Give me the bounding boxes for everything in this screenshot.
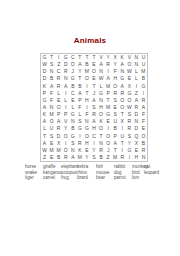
grid-cell: I	[62, 90, 69, 97]
grid-cell: T	[41, 132, 48, 139]
grid-cell: M	[105, 104, 112, 111]
grid-cell: T	[76, 75, 83, 82]
word-list-item: frog	[61, 175, 77, 181]
grid-cell: V	[126, 54, 133, 61]
grid-cell: L	[76, 111, 83, 118]
grid-cell: W	[41, 147, 48, 154]
grid-cell: S	[112, 97, 119, 104]
grid-cell: L	[133, 68, 140, 75]
grid-cell: L	[62, 97, 69, 104]
grid-cell: N	[69, 147, 76, 154]
grid-cell: P	[76, 97, 83, 104]
grid-cell: E	[90, 75, 97, 82]
grid-cell: A	[69, 154, 76, 161]
grid-cell: S	[126, 111, 133, 118]
grid-cell: T	[119, 140, 126, 147]
grid-cell: G	[69, 132, 76, 139]
grid-cell: O	[119, 104, 126, 111]
grid-cell: G	[126, 147, 133, 154]
grid-cell: A	[112, 140, 119, 147]
grid-cell: G	[98, 90, 105, 97]
grid-cell: O	[69, 61, 76, 68]
grid-cell: C	[55, 68, 62, 75]
grid-cell: A	[140, 104, 147, 111]
grid-cell: T	[119, 111, 126, 118]
grid-cell: S	[48, 132, 55, 139]
grid-cell: A	[119, 61, 126, 68]
grid-cell: R	[90, 111, 97, 118]
grid-cell: O	[48, 118, 55, 125]
grid-cell: I	[119, 125, 126, 132]
grid-cell: K	[98, 118, 105, 125]
grid-cell: N	[69, 118, 76, 125]
grid-cell: E	[133, 147, 140, 154]
grid-cell: C	[69, 90, 76, 97]
grid-cell: K	[41, 111, 48, 118]
grid-cell: E	[83, 147, 90, 154]
grid-cell: J	[105, 147, 112, 154]
grid-cell: R	[126, 125, 133, 132]
grid-cell: H	[83, 140, 90, 147]
grid-cell: R	[140, 97, 147, 104]
grid-cell: A	[90, 97, 97, 104]
grid-cell: C	[90, 132, 97, 139]
word-list-item: camel	[43, 175, 61, 181]
grid-cell: P	[112, 132, 119, 139]
grid-cell: Y	[83, 154, 90, 161]
grid-cell: K	[76, 147, 83, 154]
grid-cell: Z	[41, 154, 48, 161]
grid-cell: U	[48, 125, 55, 132]
grid-cell: O	[119, 97, 126, 104]
grid-cell: L	[133, 75, 140, 82]
grid-cell: S	[126, 132, 133, 139]
grid-cell: I	[55, 54, 62, 61]
grid-cell: O	[62, 132, 69, 139]
grid-cell: A	[41, 118, 48, 125]
grid-cell: R	[140, 147, 147, 154]
grid-cell: S	[112, 111, 119, 118]
grid-cell: N	[140, 154, 147, 161]
grid-cell: Z	[133, 90, 140, 97]
grid-cell: A	[55, 118, 62, 125]
grid-cell: E	[69, 97, 76, 104]
grid-cell: R	[55, 125, 62, 132]
grid-cell: C	[69, 54, 76, 61]
grid-cell: S	[76, 118, 83, 125]
grid-cell: X	[133, 140, 140, 147]
grid-cell: R	[126, 118, 133, 125]
grid-cell: I	[105, 68, 112, 75]
grid-cell: M	[48, 111, 55, 118]
grid-cell: A	[133, 97, 140, 104]
grid-cell: B	[69, 125, 76, 132]
grid-cell: M	[105, 83, 112, 90]
grid-cell: N	[133, 118, 140, 125]
grid-cell: O	[90, 68, 97, 75]
grid-cell: A	[62, 83, 69, 90]
grid-cell: I	[83, 104, 90, 111]
grid-cell: A	[41, 140, 48, 147]
grid-cell: R	[119, 154, 126, 161]
grid-cell: B	[69, 83, 76, 90]
grid-cell: B	[76, 83, 83, 90]
grid-cell: M	[48, 147, 55, 154]
grid-cell: R	[62, 68, 69, 75]
grid-cell: A	[90, 118, 97, 125]
grid-cell: S	[48, 61, 55, 68]
grid-cell: O	[98, 125, 105, 132]
grid-cell: W	[126, 104, 133, 111]
grid-cell: D	[62, 61, 69, 68]
grid-cell: H	[98, 104, 105, 111]
grid-cell: G	[62, 54, 69, 61]
grid-cell: Z	[55, 61, 62, 68]
grid-cell: P	[41, 90, 48, 97]
grid-cell: N	[98, 68, 105, 75]
word-list-item: lizard	[77, 175, 96, 181]
grid-cell: N	[133, 54, 140, 61]
grid-cell: P	[62, 111, 69, 118]
grid-cell: E	[90, 61, 97, 68]
grid-cell: Y	[76, 68, 83, 75]
grid-cell: N	[62, 75, 69, 82]
grid-cell: O	[62, 147, 69, 154]
grid-cell: Q	[133, 132, 140, 139]
grid-cell: W	[98, 75, 105, 82]
grid-cell: G	[41, 97, 48, 104]
grid-cell: R	[105, 61, 112, 68]
grid-cell: A	[76, 61, 83, 68]
grid-cell: G	[69, 75, 76, 82]
grid-cell: G	[69, 111, 76, 118]
grid-cell: I	[126, 154, 133, 161]
grid-cell: O	[140, 132, 147, 139]
grid-cell: R	[133, 104, 140, 111]
grid-cell: U	[140, 61, 147, 68]
grid-cell: B	[55, 154, 62, 161]
grid-cell: U	[140, 54, 147, 61]
grid-cell: M	[112, 154, 119, 161]
grid-cell: L	[69, 104, 76, 111]
grid-cell: R	[55, 83, 62, 90]
grid-cell: R	[119, 90, 126, 97]
word-list-item: bear	[96, 175, 114, 181]
grid-cell: G	[41, 54, 48, 61]
grid-cell: O	[105, 132, 112, 139]
grid-cell: X	[119, 118, 126, 125]
grid-cell: U	[119, 132, 126, 139]
grid-cell: M	[140, 68, 147, 75]
grid-cell: G	[76, 125, 83, 132]
grid-cell: A	[76, 90, 83, 97]
grid-cell: V	[62, 118, 69, 125]
grid-cell: E	[105, 118, 112, 125]
grid-cell: I	[83, 83, 90, 90]
grid-cell: T	[98, 132, 105, 139]
grid-cell: Y	[62, 125, 69, 132]
grid-cell: A	[98, 61, 105, 68]
grid-cell: X	[126, 83, 133, 90]
grid-cell: F	[112, 68, 119, 75]
grid-cell: B	[112, 125, 119, 132]
grid-cell: M	[83, 68, 90, 75]
grid-cell: W	[41, 61, 48, 68]
grid-cell: Y	[126, 140, 133, 147]
grid-cell: L	[41, 125, 48, 132]
grid-cell: N	[83, 118, 90, 125]
grid-cell: G	[83, 125, 90, 132]
grid-cell: S	[90, 154, 97, 161]
grid-cell: B	[98, 154, 105, 161]
grid-cell: O	[55, 104, 62, 111]
grid-cell: T	[112, 147, 119, 154]
grid-cell: O	[98, 111, 105, 118]
grid-cell: G	[105, 111, 112, 118]
grid-cell: L	[98, 83, 105, 90]
grid-cell: R	[55, 75, 62, 82]
grid-cell: K	[41, 83, 48, 90]
grid-cell: F	[140, 118, 147, 125]
grid-cell: H	[133, 154, 140, 161]
grid-cell: A	[119, 83, 126, 90]
grid-cell: E	[48, 154, 55, 161]
grid-cell: Y	[90, 147, 97, 154]
grid-cell: R	[112, 90, 119, 97]
grid-cell: R	[62, 154, 69, 161]
grid-cell: J	[69, 68, 76, 75]
grid-cell: P	[105, 90, 112, 97]
word-list-item: tiger	[25, 175, 43, 181]
grid-cell: D	[55, 132, 62, 139]
grid-cell: N	[48, 68, 55, 75]
grid-cell: T	[83, 54, 90, 61]
grid-cell: U	[112, 118, 119, 125]
grid-cell: I	[62, 140, 69, 147]
grid-cell: X	[112, 54, 119, 61]
grid-cell: N	[48, 104, 55, 111]
grid-cell: O	[112, 83, 119, 90]
grid-cell: G	[119, 75, 126, 82]
grid-cell: M	[76, 154, 83, 161]
grid-cell: M	[55, 147, 62, 154]
grid-cell: T	[48, 54, 55, 61]
grid-cell: O	[83, 132, 90, 139]
grid-cell: O	[83, 75, 90, 82]
grid-cell: I	[105, 125, 112, 132]
grid-cell: S	[90, 104, 97, 111]
grid-cell: I	[62, 104, 69, 111]
grid-cell: T	[90, 83, 97, 90]
grid-cell: N	[133, 61, 140, 68]
grid-cell: F	[140, 111, 147, 118]
grid-cell: B	[140, 140, 147, 147]
grid-cell: A	[41, 104, 48, 111]
grid-cell: G	[126, 90, 133, 97]
grid-cell: E	[48, 140, 55, 147]
grid-cell: A	[105, 75, 112, 82]
grid-cell: K	[119, 54, 126, 61]
grid-cell: H	[83, 97, 90, 104]
grid-cell: W	[126, 68, 133, 75]
grid-cell: F	[48, 90, 55, 97]
grid-cell: S	[69, 140, 76, 147]
grid-cell: I	[90, 140, 97, 147]
word-list: horsegiraffeelephantzebrafishrabbitmonke…	[25, 164, 158, 181]
grid-cell: P	[55, 111, 62, 118]
grid-cell: R	[98, 147, 105, 154]
grid-cell: T	[76, 54, 83, 61]
grid-cell: D	[133, 125, 140, 132]
grid-cell: B	[48, 75, 55, 82]
grid-cell: H	[112, 75, 119, 82]
grid-cell: X	[55, 140, 62, 147]
grid-cell: F	[76, 104, 83, 111]
grid-cell: B	[140, 75, 147, 82]
word-list-item: parrot	[114, 175, 132, 181]
grid-cell: I	[76, 132, 83, 139]
grid-cell: N	[98, 140, 105, 147]
word-search-grid: GTIGCTTTVYXKVNUWSZDOABEARYAONUDNCRJYMONI…	[40, 53, 148, 162]
grid-cell: N	[119, 68, 126, 75]
grid-cell: R	[76, 140, 83, 147]
grid-cell: B	[83, 61, 90, 68]
grid-cell: J	[90, 90, 97, 97]
grid-cell: T	[105, 97, 112, 104]
grid-cell: O	[105, 140, 112, 147]
word-list-empty	[144, 175, 158, 181]
puzzle-title: Animals	[0, 36, 180, 45]
grid-cell: O	[126, 61, 133, 68]
grid-cell: Z	[105, 154, 112, 161]
grid-cell: I	[140, 90, 147, 97]
grid-cell: F	[83, 111, 90, 118]
grid-cell: T	[83, 90, 90, 97]
grid-cell: A	[48, 83, 55, 90]
word-list-item: lion	[132, 175, 144, 181]
grid-cell: N	[98, 97, 105, 104]
grid-cell: V	[98, 54, 105, 61]
grid-cell: G	[140, 83, 147, 90]
grid-cell: D	[133, 111, 140, 118]
grid-cell: I	[133, 83, 140, 90]
grid-cell: I	[119, 147, 126, 154]
grid-cell: L	[55, 90, 62, 97]
grid-cell: E	[126, 75, 133, 82]
grid-cell: T	[90, 54, 97, 61]
grid-cell: H	[90, 125, 97, 132]
grid-cell: D	[41, 75, 48, 82]
grid-cell: F	[48, 97, 55, 104]
grid-cell: E	[112, 104, 119, 111]
grid-cell: O	[126, 97, 133, 104]
grid-cell: D	[41, 68, 48, 75]
grid-cell: Y	[105, 54, 112, 61]
grid-cell: Y	[112, 61, 119, 68]
grid-cell: E	[140, 125, 147, 132]
grid-cell: E	[55, 97, 62, 104]
